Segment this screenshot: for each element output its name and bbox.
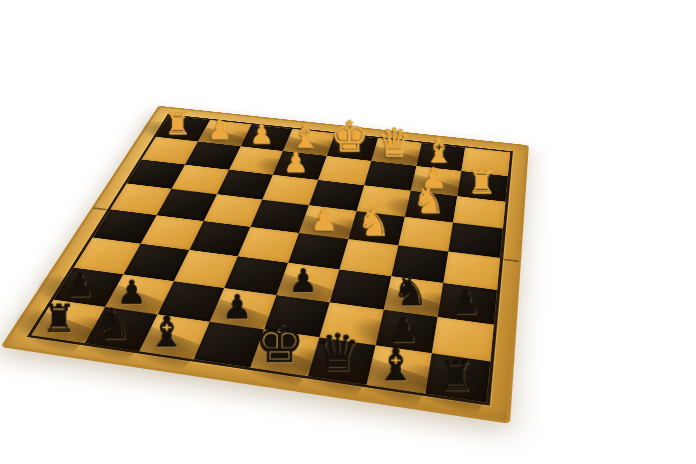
piece-black-bishop-f8[interactable]: ♝ bbox=[148, 311, 186, 354]
piece-white-knight-b3[interactable]: ♞ bbox=[413, 182, 446, 218]
piece-white-queen-c1[interactable]: ♛ bbox=[376, 123, 411, 162]
piece-white-pawn-d4[interactable]: ♟ bbox=[310, 205, 337, 235]
board-grid: ♜♟♟♝♚♛♝♟♟♜♞♟♞♟♞♟♟♟♟♟♜♞♝♚♛♝♜ bbox=[27, 114, 513, 406]
square-d1[interactable]: ♚ bbox=[327, 134, 378, 161]
square-c1[interactable]: ♛ bbox=[371, 138, 421, 166]
square-b4[interactable] bbox=[398, 217, 453, 252]
square-b3[interactable]: ♞ bbox=[404, 190, 457, 222]
square-f8[interactable]: ♝ bbox=[139, 315, 210, 360]
piece-black-queen-c8[interactable]: ♛ bbox=[314, 328, 360, 379]
piece-white-pawn-f1[interactable]: ♟ bbox=[250, 121, 274, 148]
piece-black-pawn-a6[interactable]: ♟ bbox=[451, 286, 481, 319]
piece-black-bishop-b8[interactable]: ♝ bbox=[376, 343, 416, 387]
piece-white-king-d1[interactable]: ♚ bbox=[330, 114, 369, 157]
piece-black-pawn-d6[interactable]: ♟ bbox=[289, 265, 318, 298]
square-c4[interactable]: ♞ bbox=[348, 211, 404, 245]
piece-white-rook-h1[interactable]: ♜ bbox=[164, 108, 191, 138]
piece-white-pawn-g1[interactable]: ♟ bbox=[208, 116, 232, 142]
piece-black-pawn-e7[interactable]: ♟ bbox=[222, 291, 252, 325]
square-a3[interactable] bbox=[453, 196, 505, 229]
square-c8[interactable]: ♛ bbox=[308, 337, 375, 384]
piece-white-pawn-e2[interactable]: ♟ bbox=[284, 148, 309, 176]
chessboard-photo: ♜♟♟♝♚♛♝♟♟♜♞♟♞♟♞♟♟♟♟♟♜♞♝♚♛♝♜ bbox=[0, 0, 696, 464]
piece-black-rook-a8[interactable]: ♜ bbox=[438, 355, 475, 396]
piece-white-knight-c4[interactable]: ♞ bbox=[356, 204, 390, 241]
piece-black-knight-g8[interactable]: ♞ bbox=[93, 303, 131, 345]
square-a8[interactable]: ♜ bbox=[426, 353, 491, 402]
piece-white-rook-a2[interactable]: ♜ bbox=[467, 165, 496, 197]
chess-board: ♜♟♟♝♚♛♝♟♟♜♞♟♞♟♞♟♟♟♟♟♜♞♝♚♛♝♜ bbox=[0, 106, 528, 424]
board-frame: ♜♟♟♝♚♛♝♟♟♜♞♟♞♟♞♟♟♟♟♟♜♞♝♚♛♝♜ bbox=[0, 106, 528, 424]
square-b8[interactable]: ♝ bbox=[366, 345, 432, 393]
square-d4[interactable]: ♟ bbox=[299, 205, 356, 239]
square-h4[interactable] bbox=[110, 184, 171, 216]
piece-black-rook-h8[interactable]: ♜ bbox=[41, 299, 76, 338]
piece-black-king-d8[interactable]: ♚ bbox=[254, 314, 305, 371]
piece-black-knight-b6[interactable]: ♞ bbox=[393, 271, 430, 312]
